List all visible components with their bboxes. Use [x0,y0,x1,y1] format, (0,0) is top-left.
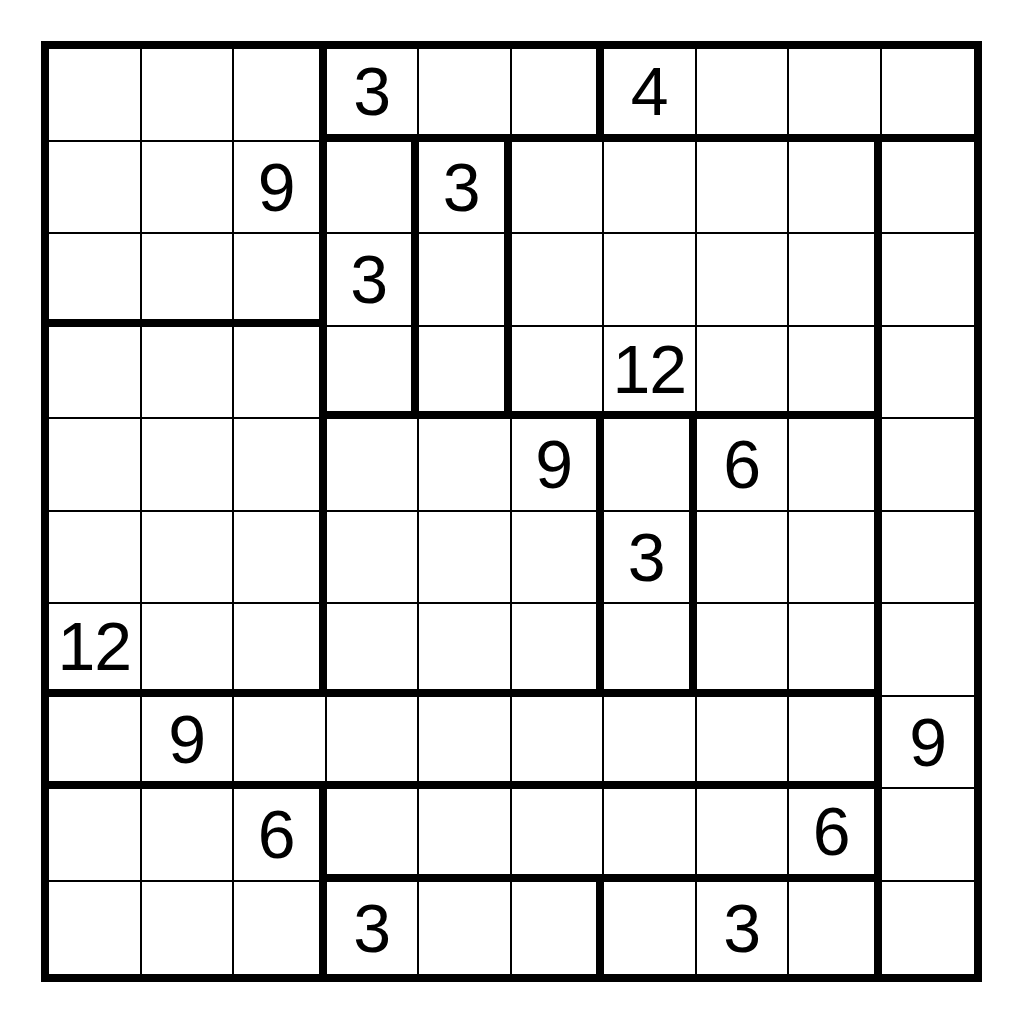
cell-r5c4[interactable] [327,419,420,512]
cell-r4c2[interactable] [142,327,235,420]
clue-number: 9 [258,153,295,221]
puzzle-page: 349331296312996633 [0,0,1024,1024]
cell-r9c4[interactable] [327,789,420,882]
cell-r1c3[interactable] [234,49,327,142]
cell-r10c1[interactable] [49,882,142,975]
cell-r1c9[interactable] [789,49,882,142]
cell-r6c7[interactable]: 3 [604,512,697,605]
cell-r5c3[interactable] [234,419,327,512]
cell-r3c2[interactable] [142,234,235,327]
cell-r6c3[interactable] [234,512,327,605]
cell-r9c10[interactable] [882,789,975,882]
cell-r5c9[interactable] [789,419,882,512]
cell-r3c5[interactable] [419,234,512,327]
cell-r7c4[interactable] [327,604,420,697]
cell-r10c8[interactable]: 3 [697,882,790,975]
cell-r7c8[interactable] [697,604,790,697]
cell-r1c2[interactable] [142,49,235,142]
cell-r5c2[interactable] [142,419,235,512]
cell-r2c5[interactable]: 3 [419,142,512,235]
cell-r2c9[interactable] [789,142,882,235]
cell-r5c6[interactable]: 9 [512,419,605,512]
cell-r8c9[interactable] [789,697,882,790]
clue-number: 9 [535,430,572,498]
cell-r4c9[interactable] [789,327,882,420]
cell-r9c7[interactable] [604,789,697,882]
clue-number: 12 [57,612,131,680]
cell-r4c4[interactable] [327,327,420,420]
cell-r3c7[interactable] [604,234,697,327]
cell-r8c2[interactable]: 9 [142,697,235,790]
clue-number: 3 [353,894,390,962]
cell-r2c3[interactable]: 9 [234,142,327,235]
cell-r10c5[interactable] [419,882,512,975]
cell-r8c3[interactable] [234,697,327,790]
cell-r3c9[interactable] [789,234,882,327]
cell-r2c6[interactable] [512,142,605,235]
cell-r2c7[interactable] [604,142,697,235]
cell-r9c3[interactable]: 6 [234,789,327,882]
clue-number: 3 [353,57,390,125]
cell-r7c9[interactable] [789,604,882,697]
cell-r5c10[interactable] [882,419,975,512]
cell-r4c3[interactable] [234,327,327,420]
cell-r6c8[interactable] [697,512,790,605]
cell-r4c10[interactable] [882,327,975,420]
cell-r5c1[interactable] [49,419,142,512]
cell-r6c6[interactable] [512,512,605,605]
cell-r6c2[interactable] [142,512,235,605]
clue-number: 3 [443,153,480,221]
cell-r2c4[interactable] [327,142,420,235]
clue-number: 3 [350,245,387,313]
cell-r7c5[interactable] [419,604,512,697]
cell-r9c8[interactable] [697,789,790,882]
cell-r4c6[interactable] [512,327,605,420]
cell-r1c7[interactable]: 4 [604,49,697,142]
cell-r1c6[interactable] [512,49,605,142]
clue-number: 6 [813,797,850,865]
cell-r8c6[interactable] [512,697,605,790]
cell-r7c2[interactable] [142,604,235,697]
cell-r4c8[interactable] [697,327,790,420]
cell-r9c9[interactable]: 6 [789,789,882,882]
cell-r8c1[interactable] [49,697,142,790]
cell-r9c5[interactable] [419,789,512,882]
cell-r10c4[interactable]: 3 [327,882,420,975]
cell-r2c2[interactable] [142,142,235,235]
clue-number: 9 [909,708,946,776]
cell-r9c2[interactable] [142,789,235,882]
cell-r4c7[interactable]: 12 [604,327,697,420]
cell-r6c10[interactable] [882,512,975,605]
cell-r1c10[interactable] [882,49,975,142]
cell-r6c1[interactable] [49,512,142,605]
cell-r9c6[interactable] [512,789,605,882]
cell-r8c4[interactable] [327,697,420,790]
clue-number: 12 [612,335,686,403]
cell-r2c8[interactable] [697,142,790,235]
cell-r1c1[interactable] [49,49,142,142]
cell-r10c3[interactable] [234,882,327,975]
cell-r10c2[interactable] [142,882,235,975]
shikaku-board: 349331296312996633 [41,41,982,982]
cell-r4c5[interactable] [419,327,512,420]
cell-r8c10[interactable]: 9 [882,697,975,790]
clue-number: 4 [631,57,668,125]
cell-r5c8[interactable]: 6 [697,419,790,512]
cell-r7c1[interactable]: 12 [49,604,142,697]
clue-number: 9 [168,705,205,773]
cell-r10c6[interactable] [512,882,605,975]
cell-r4c1[interactable] [49,327,142,420]
cell-r3c3[interactable] [234,234,327,327]
clue-number: 6 [258,800,295,868]
cell-r7c7[interactable] [604,604,697,697]
cell-r2c1[interactable] [49,142,142,235]
cell-r5c5[interactable] [419,419,512,512]
cell-r9c1[interactable] [49,789,142,882]
clue-number: 3 [628,523,665,591]
cell-r1c8[interactable] [697,49,790,142]
clue-number: 6 [723,430,760,498]
cell-r2c10[interactable] [882,142,975,235]
cell-r6c5[interactable] [419,512,512,605]
cell-r10c9[interactable] [789,882,882,975]
cell-r3c10[interactable] [882,234,975,327]
cell-r1c5[interactable] [419,49,512,142]
cell-r1c4[interactable]: 3 [327,49,420,142]
cell-r6c9[interactable] [789,512,882,605]
cell-r3c8[interactable] [697,234,790,327]
cell-r6c4[interactable] [327,512,420,605]
cell-r7c6[interactable] [512,604,605,697]
cell-r5c7[interactable] [604,419,697,512]
cell-r3c6[interactable] [512,234,605,327]
cell-r8c8[interactable] [697,697,790,790]
clue-number: 3 [723,894,760,962]
cell-r7c3[interactable] [234,604,327,697]
cell-r3c4[interactable]: 3 [327,234,420,327]
cell-r8c7[interactable] [604,697,697,790]
cell-r8c5[interactable] [419,697,512,790]
cell-r3c1[interactable] [49,234,142,327]
cell-r7c10[interactable] [882,604,975,697]
cell-r10c7[interactable] [604,882,697,975]
cell-r10c10[interactable] [882,882,975,975]
